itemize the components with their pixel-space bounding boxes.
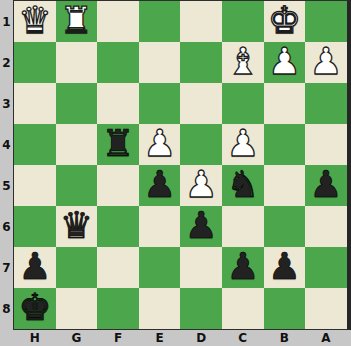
- square-h5[interactable]: [14, 165, 56, 206]
- square-b5[interactable]: [264, 165, 306, 206]
- square-d7[interactable]: [180, 247, 222, 288]
- square-b3[interactable]: [264, 83, 306, 124]
- square-h6[interactable]: [14, 206, 56, 247]
- black-queen-piece[interactable]: ♛: [60, 205, 93, 246]
- square-f3[interactable]: [97, 83, 139, 124]
- rank-label-6: 6: [0, 206, 13, 247]
- square-b6[interactable]: [264, 206, 306, 247]
- square-g7[interactable]: [56, 247, 98, 288]
- square-h4[interactable]: [14, 124, 56, 165]
- black-knight-piece[interactable]: ♞: [226, 164, 259, 205]
- square-e2[interactable]: [139, 42, 181, 83]
- square-c4[interactable]: ♟: [222, 124, 264, 165]
- square-d4[interactable]: [180, 124, 222, 165]
- white-pawn-piece[interactable]: ♟: [185, 164, 218, 205]
- square-h7[interactable]: ♟: [14, 247, 56, 288]
- square-f6[interactable]: [97, 206, 139, 247]
- square-c5[interactable]: ♞: [222, 165, 264, 206]
- rank-label-7: 7: [0, 247, 13, 288]
- black-pawn-piece[interactable]: ♟: [268, 246, 301, 287]
- square-d6[interactable]: ♟: [180, 206, 222, 247]
- file-label-g: G: [56, 330, 98, 346]
- square-f4[interactable]: ♜: [97, 124, 139, 165]
- rank-label-5: 5: [0, 165, 13, 206]
- file-label-a: A: [305, 330, 347, 346]
- chess-board: ♛♜♚♝♟♟♜♟♟♟♟♞♟♛♟♟♟♟♚: [13, 0, 351, 330]
- square-g1[interactable]: ♜: [56, 1, 98, 42]
- black-pawn-piece[interactable]: ♟: [18, 246, 51, 287]
- file-labels: HGFEDCBA: [14, 330, 347, 346]
- white-rook-piece[interactable]: ♜: [60, 0, 93, 41]
- rank-label-2: 2: [0, 42, 13, 83]
- square-h3[interactable]: [14, 83, 56, 124]
- square-f7[interactable]: [97, 247, 139, 288]
- file-label-c: C: [222, 330, 264, 346]
- square-d8[interactable]: [180, 288, 222, 329]
- white-bishop-piece[interactable]: ♝: [226, 41, 259, 82]
- square-a2[interactable]: ♟: [305, 42, 347, 83]
- square-b4[interactable]: [264, 124, 306, 165]
- file-label-h: H: [14, 330, 56, 346]
- file-label-e: E: [139, 330, 181, 346]
- square-c3[interactable]: [222, 83, 264, 124]
- square-f2[interactable]: [97, 42, 139, 83]
- rank-label-4: 4: [0, 124, 13, 165]
- square-e6[interactable]: [139, 206, 181, 247]
- square-f8[interactable]: [97, 288, 139, 329]
- square-a7[interactable]: [305, 247, 347, 288]
- square-e7[interactable]: [139, 247, 181, 288]
- square-a4[interactable]: [305, 124, 347, 165]
- square-d5[interactable]: ♟: [180, 165, 222, 206]
- white-king-piece[interactable]: ♚: [268, 0, 301, 41]
- square-g5[interactable]: [56, 165, 98, 206]
- square-d3[interactable]: [180, 83, 222, 124]
- square-b8[interactable]: [264, 288, 306, 329]
- square-g4[interactable]: [56, 124, 98, 165]
- square-c7[interactable]: ♟: [222, 247, 264, 288]
- rank-label-8: 8: [0, 288, 13, 329]
- black-pawn-piece[interactable]: ♟: [185, 205, 218, 246]
- black-rook-piece[interactable]: ♜: [101, 123, 134, 164]
- square-c6[interactable]: [222, 206, 264, 247]
- square-g3[interactable]: [56, 83, 98, 124]
- white-pawn-piece[interactable]: ♟: [226, 123, 259, 164]
- square-b2[interactable]: ♟: [264, 42, 306, 83]
- white-pawn-piece[interactable]: ♟: [268, 41, 301, 82]
- square-a1[interactable]: [305, 1, 347, 42]
- white-pawn-piece[interactable]: ♟: [143, 123, 176, 164]
- white-pawn-piece[interactable]: ♟: [309, 41, 342, 82]
- square-e1[interactable]: [139, 1, 181, 42]
- file-label-b: B: [264, 330, 306, 346]
- rank-labels: 12345678: [0, 1, 13, 329]
- black-king-piece[interactable]: ♚: [18, 287, 51, 328]
- square-a3[interactable]: [305, 83, 347, 124]
- square-e8[interactable]: [139, 288, 181, 329]
- file-label-d: D: [180, 330, 222, 346]
- square-c1[interactable]: [222, 1, 264, 42]
- square-a8[interactable]: [305, 288, 347, 329]
- rank-label-1: 1: [0, 1, 13, 42]
- square-a6[interactable]: [305, 206, 347, 247]
- square-f1[interactable]: [97, 1, 139, 42]
- black-pawn-piece[interactable]: ♟: [226, 246, 259, 287]
- file-label-f: F: [97, 330, 139, 346]
- square-c2[interactable]: ♝: [222, 42, 264, 83]
- rank-label-3: 3: [0, 83, 13, 124]
- square-a5[interactable]: ♟: [305, 165, 347, 206]
- square-h8[interactable]: ♚: [14, 288, 56, 329]
- square-d2[interactable]: [180, 42, 222, 83]
- square-e3[interactable]: [139, 83, 181, 124]
- square-f5[interactable]: [97, 165, 139, 206]
- square-e5[interactable]: ♟: [139, 165, 181, 206]
- black-pawn-piece[interactable]: ♟: [309, 164, 342, 205]
- square-g8[interactable]: [56, 288, 98, 329]
- square-d1[interactable]: [180, 1, 222, 42]
- square-g6[interactable]: ♛: [56, 206, 98, 247]
- square-b1[interactable]: ♚: [264, 1, 306, 42]
- square-b7[interactable]: ♟: [264, 247, 306, 288]
- square-c8[interactable]: [222, 288, 264, 329]
- square-g2[interactable]: [56, 42, 98, 83]
- square-h2[interactable]: [14, 42, 56, 83]
- chess-diagram: 12345678 ♛♜♚♝♟♟♜♟♟♟♟♞♟♛♟♟♟♟♚ HGFEDCBA: [0, 0, 351, 346]
- square-h1[interactable]: ♛: [14, 1, 56, 42]
- square-e4[interactable]: ♟: [139, 124, 181, 165]
- white-queen-piece[interactable]: ♛: [18, 0, 51, 41]
- black-pawn-piece[interactable]: ♟: [143, 164, 176, 205]
